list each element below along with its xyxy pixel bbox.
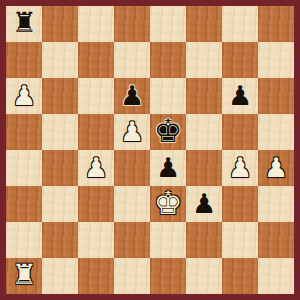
black-pawn[interactable]: ♟ [156, 154, 180, 181]
black-pawn[interactable]: ♟ [228, 82, 252, 109]
square-a5[interactable] [6, 114, 42, 150]
square-f3[interactable]: ♟ [186, 186, 222, 222]
square-d7[interactable] [114, 42, 150, 78]
square-a3[interactable] [6, 186, 42, 222]
square-e5[interactable]: ♚ [150, 114, 186, 150]
square-c5[interactable] [78, 114, 114, 150]
square-g7[interactable] [222, 42, 258, 78]
square-a2[interactable] [6, 222, 42, 258]
square-b6[interactable] [42, 78, 78, 114]
square-b8[interactable] [42, 6, 78, 42]
square-g1[interactable] [222, 258, 258, 294]
square-g3[interactable] [222, 186, 258, 222]
square-f7[interactable] [186, 42, 222, 78]
chess-board-grid: ♜♟♟♟♟♚♟♟♟♟♚♟♜ [6, 6, 294, 294]
white-pawn[interactable]: ♟ [12, 82, 36, 109]
square-d1[interactable] [114, 258, 150, 294]
black-rook[interactable]: ♜ [11, 9, 36, 37]
square-e4[interactable]: ♟ [150, 150, 186, 186]
square-c6[interactable] [78, 78, 114, 114]
square-b5[interactable] [42, 114, 78, 150]
square-c2[interactable] [78, 222, 114, 258]
square-c3[interactable] [78, 186, 114, 222]
square-e6[interactable] [150, 78, 186, 114]
white-pawn[interactable]: ♟ [120, 118, 144, 145]
square-h6[interactable] [258, 78, 294, 114]
square-d4[interactable] [114, 150, 150, 186]
square-g4[interactable]: ♟ [222, 150, 258, 186]
square-e7[interactable] [150, 42, 186, 78]
chess-board-frame: ♜♟♟♟♟♚♟♟♟♟♚♟♜ [0, 0, 300, 300]
square-c1[interactable] [78, 258, 114, 294]
square-a8[interactable]: ♜ [6, 6, 42, 42]
square-a7[interactable] [6, 42, 42, 78]
square-h8[interactable] [258, 6, 294, 42]
square-f4[interactable] [186, 150, 222, 186]
white-pawn[interactable]: ♟ [228, 154, 252, 181]
square-e1[interactable] [150, 258, 186, 294]
square-h4[interactable]: ♟ [258, 150, 294, 186]
square-d3[interactable] [114, 186, 150, 222]
square-h5[interactable] [258, 114, 294, 150]
square-g8[interactable] [222, 6, 258, 42]
square-a4[interactable] [6, 150, 42, 186]
square-f8[interactable] [186, 6, 222, 42]
square-e3[interactable]: ♚ [150, 186, 186, 222]
black-pawn[interactable]: ♟ [192, 190, 216, 217]
square-f6[interactable] [186, 78, 222, 114]
square-f2[interactable] [186, 222, 222, 258]
white-pawn[interactable]: ♟ [264, 154, 288, 181]
square-b2[interactable] [42, 222, 78, 258]
white-pawn[interactable]: ♟ [84, 154, 108, 181]
square-g6[interactable]: ♟ [222, 78, 258, 114]
square-b4[interactable] [42, 150, 78, 186]
square-b7[interactable] [42, 42, 78, 78]
square-c4[interactable]: ♟ [78, 150, 114, 186]
square-h3[interactable] [258, 186, 294, 222]
white-king[interactable]: ♚ [154, 187, 183, 219]
square-h1[interactable] [258, 258, 294, 294]
square-h2[interactable] [258, 222, 294, 258]
square-g5[interactable] [222, 114, 258, 150]
square-b1[interactable] [42, 258, 78, 294]
square-g2[interactable] [222, 222, 258, 258]
square-d5[interactable]: ♟ [114, 114, 150, 150]
square-e2[interactable] [150, 222, 186, 258]
black-pawn[interactable]: ♟ [120, 82, 144, 109]
square-d2[interactable] [114, 222, 150, 258]
square-d6[interactable]: ♟ [114, 78, 150, 114]
square-f5[interactable] [186, 114, 222, 150]
square-c8[interactable] [78, 6, 114, 42]
square-e8[interactable] [150, 6, 186, 42]
square-b3[interactable] [42, 186, 78, 222]
black-king[interactable]: ♚ [154, 115, 183, 147]
square-d8[interactable] [114, 6, 150, 42]
square-c7[interactable] [78, 42, 114, 78]
square-f1[interactable] [186, 258, 222, 294]
square-h7[interactable] [258, 42, 294, 78]
square-a1[interactable]: ♜ [6, 258, 42, 294]
square-a6[interactable]: ♟ [6, 78, 42, 114]
white-rook[interactable]: ♜ [11, 261, 36, 289]
